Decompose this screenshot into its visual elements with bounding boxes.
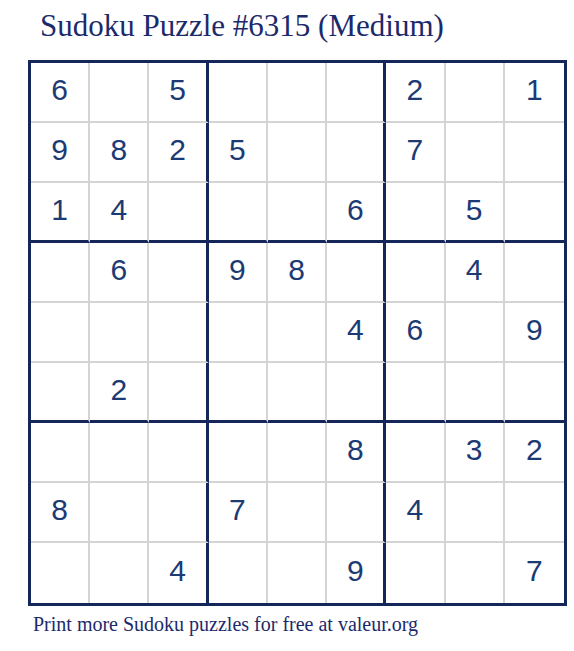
cell-r8c8[interactable] xyxy=(446,483,505,543)
cell-r8c1[interactable]: 8 xyxy=(31,483,90,543)
cell-r1c8[interactable] xyxy=(446,63,505,123)
cell-r9c7[interactable] xyxy=(386,543,445,603)
cell-r6c4[interactable] xyxy=(209,363,268,423)
cell-r5c3[interactable] xyxy=(149,303,208,363)
cell-r1c4[interactable] xyxy=(209,63,268,123)
cell-r5c4[interactable] xyxy=(209,303,268,363)
cell-r7c7[interactable] xyxy=(386,423,445,483)
cell-r8c7[interactable]: 4 xyxy=(386,483,445,543)
page-title: Sudoku Puzzle #6315 (Medium) xyxy=(40,8,444,44)
cell-r5c5[interactable] xyxy=(268,303,327,363)
cell-r7c4[interactable] xyxy=(209,423,268,483)
cell-r6c9[interactable] xyxy=(505,363,564,423)
cell-r8c3[interactable] xyxy=(149,483,208,543)
cell-r3c7[interactable] xyxy=(386,183,445,243)
cell-r3c3[interactable] xyxy=(149,183,208,243)
cell-r4c2[interactable]: 6 xyxy=(90,243,149,303)
cell-r9c3[interactable]: 4 xyxy=(149,543,208,603)
footer-text: Print more Sudoku puzzles for free at va… xyxy=(33,613,418,636)
cell-r7c1[interactable] xyxy=(31,423,90,483)
cell-r9c8[interactable] xyxy=(446,543,505,603)
cell-r1c1[interactable]: 6 xyxy=(31,63,90,123)
cell-r4c4[interactable]: 9 xyxy=(209,243,268,303)
cell-r1c3[interactable]: 5 xyxy=(149,63,208,123)
cell-r1c6[interactable] xyxy=(327,63,386,123)
cell-r3c1[interactable]: 1 xyxy=(31,183,90,243)
cell-r7c2[interactable] xyxy=(90,423,149,483)
cell-r3c8[interactable]: 5 xyxy=(446,183,505,243)
cell-r6c1[interactable] xyxy=(31,363,90,423)
cell-r8c2[interactable] xyxy=(90,483,149,543)
cell-r2c6[interactable] xyxy=(327,123,386,183)
cell-r3c6[interactable]: 6 xyxy=(327,183,386,243)
cell-r5c8[interactable] xyxy=(446,303,505,363)
cell-r7c6[interactable]: 8 xyxy=(327,423,386,483)
sudoku-board: 652198257146569844692832874497 xyxy=(28,60,567,606)
cell-r5c1[interactable] xyxy=(31,303,90,363)
cell-r9c4[interactable] xyxy=(209,543,268,603)
cell-r7c5[interactable] xyxy=(268,423,327,483)
cell-r9c9[interactable]: 7 xyxy=(505,543,564,603)
cell-r4c6[interactable] xyxy=(327,243,386,303)
cell-r2c7[interactable]: 7 xyxy=(386,123,445,183)
cell-r2c5[interactable] xyxy=(268,123,327,183)
cell-r3c9[interactable] xyxy=(505,183,564,243)
cell-r8c4[interactable]: 7 xyxy=(209,483,268,543)
cell-r4c8[interactable]: 4 xyxy=(446,243,505,303)
cell-r6c3[interactable] xyxy=(149,363,208,423)
cell-r4c9[interactable] xyxy=(505,243,564,303)
cell-r8c9[interactable] xyxy=(505,483,564,543)
cell-r1c2[interactable] xyxy=(90,63,149,123)
cell-r9c6[interactable]: 9 xyxy=(327,543,386,603)
cell-r6c8[interactable] xyxy=(446,363,505,423)
cell-r5c6[interactable]: 4 xyxy=(327,303,386,363)
cell-r5c2[interactable] xyxy=(90,303,149,363)
cell-r2c9[interactable] xyxy=(505,123,564,183)
cell-r2c2[interactable]: 8 xyxy=(90,123,149,183)
cell-r8c6[interactable] xyxy=(327,483,386,543)
cell-r9c2[interactable] xyxy=(90,543,149,603)
cell-r6c7[interactable] xyxy=(386,363,445,423)
cell-r2c1[interactable]: 9 xyxy=(31,123,90,183)
cell-r9c1[interactable] xyxy=(31,543,90,603)
cell-r1c5[interactable] xyxy=(268,63,327,123)
cell-r9c5[interactable] xyxy=(268,543,327,603)
cell-r4c5[interactable]: 8 xyxy=(268,243,327,303)
cell-r4c3[interactable] xyxy=(149,243,208,303)
cell-r8c5[interactable] xyxy=(268,483,327,543)
cell-r4c1[interactable] xyxy=(31,243,90,303)
cell-r7c9[interactable]: 2 xyxy=(505,423,564,483)
cell-r5c7[interactable]: 6 xyxy=(386,303,445,363)
cell-r4c7[interactable] xyxy=(386,243,445,303)
cell-r6c5[interactable] xyxy=(268,363,327,423)
cell-r5c9[interactable]: 9 xyxy=(505,303,564,363)
cell-r3c2[interactable]: 4 xyxy=(90,183,149,243)
cell-r2c8[interactable] xyxy=(446,123,505,183)
cell-r3c4[interactable] xyxy=(209,183,268,243)
cell-r1c7[interactable]: 2 xyxy=(386,63,445,123)
cell-r6c6[interactable] xyxy=(327,363,386,423)
cell-r6c2[interactable]: 2 xyxy=(90,363,149,423)
cell-r2c3[interactable]: 2 xyxy=(149,123,208,183)
cell-r7c8[interactable]: 3 xyxy=(446,423,505,483)
cell-r7c3[interactable] xyxy=(149,423,208,483)
cell-r2c4[interactable]: 5 xyxy=(209,123,268,183)
cell-r1c9[interactable]: 1 xyxy=(505,63,564,123)
cell-r3c5[interactable] xyxy=(268,183,327,243)
